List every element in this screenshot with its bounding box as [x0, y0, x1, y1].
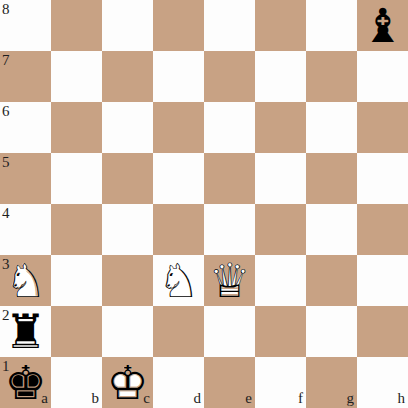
square-e8[interactable]	[204, 0, 255, 51]
square-e5[interactable]	[204, 153, 255, 204]
square-a2[interactable]: 2♜	[0, 306, 51, 357]
square-b5[interactable]	[51, 153, 102, 204]
square-a3[interactable]: 3♞♘	[0, 255, 51, 306]
square-h3[interactable]	[357, 255, 408, 306]
square-g5[interactable]	[306, 153, 357, 204]
square-c6[interactable]	[102, 102, 153, 153]
square-d8[interactable]	[153, 0, 204, 51]
bishop-glyph: ♝	[357, 0, 408, 51]
square-e1[interactable]: e	[204, 357, 255, 408]
square-c5[interactable]	[102, 153, 153, 204]
rank-label-4: 4	[2, 206, 10, 221]
square-g8[interactable]	[306, 0, 357, 51]
square-d4[interactable]	[153, 204, 204, 255]
square-a6[interactable]: 6	[0, 102, 51, 153]
file-label-b: b	[92, 391, 100, 406]
square-c2[interactable]	[102, 306, 153, 357]
file-label-d: d	[194, 391, 202, 406]
queen-outline-glyph: ♕	[204, 255, 255, 306]
square-g6[interactable]	[306, 102, 357, 153]
square-g4[interactable]	[306, 204, 357, 255]
square-f3[interactable]	[255, 255, 306, 306]
square-e4[interactable]	[204, 204, 255, 255]
square-c1[interactable]: c♚♔	[102, 357, 153, 408]
knight-outline-glyph: ♘	[153, 255, 204, 306]
square-f7[interactable]	[255, 51, 306, 102]
square-f2[interactable]	[255, 306, 306, 357]
square-h6[interactable]	[357, 102, 408, 153]
black-king[interactable]: ♚	[0, 357, 51, 408]
square-a5[interactable]: 5	[0, 153, 51, 204]
white-knight[interactable]: ♞♘	[153, 255, 204, 306]
white-knight[interactable]: ♞♘	[0, 255, 51, 306]
square-f4[interactable]	[255, 204, 306, 255]
file-label-f: f	[298, 391, 303, 406]
square-c4[interactable]	[102, 204, 153, 255]
square-b3[interactable]	[51, 255, 102, 306]
square-a8[interactable]: 8	[0, 0, 51, 51]
square-h2[interactable]	[357, 306, 408, 357]
square-e2[interactable]	[204, 306, 255, 357]
square-a1[interactable]: 1a♚	[0, 357, 51, 408]
square-a4[interactable]: 4	[0, 204, 51, 255]
square-h8[interactable]: ♝	[357, 0, 408, 51]
white-queen[interactable]: ♛♕	[204, 255, 255, 306]
square-d5[interactable]	[153, 153, 204, 204]
square-g7[interactable]	[306, 51, 357, 102]
black-rook[interactable]: ♜	[0, 306, 51, 357]
black-bishop[interactable]: ♝	[357, 0, 408, 51]
square-f5[interactable]	[255, 153, 306, 204]
square-b6[interactable]	[51, 102, 102, 153]
white-king[interactable]: ♚♔	[102, 357, 153, 408]
square-d6[interactable]	[153, 102, 204, 153]
rank-label-7: 7	[2, 53, 10, 68]
file-label-e: e	[245, 391, 252, 406]
square-b2[interactable]	[51, 306, 102, 357]
square-g2[interactable]	[306, 306, 357, 357]
square-h5[interactable]	[357, 153, 408, 204]
square-g1[interactable]: g	[306, 357, 357, 408]
square-d3[interactable]: ♞♘	[153, 255, 204, 306]
file-label-g: g	[347, 391, 355, 406]
square-e6[interactable]	[204, 102, 255, 153]
king-glyph: ♚	[0, 357, 51, 408]
square-d7[interactable]	[153, 51, 204, 102]
rook-glyph: ♜	[0, 306, 51, 357]
square-c7[interactable]	[102, 51, 153, 102]
square-e7[interactable]	[204, 51, 255, 102]
rank-label-6: 6	[2, 104, 10, 119]
king-outline-glyph: ♔	[102, 357, 153, 408]
square-b7[interactable]	[51, 51, 102, 102]
square-a7[interactable]: 7	[0, 51, 51, 102]
square-c3[interactable]	[102, 255, 153, 306]
square-d1[interactable]: d	[153, 357, 204, 408]
chess-board: 8♝76543♞♘♞♘♛♕2♜1a♚bc♚♔defgh	[0, 0, 408, 408]
square-b8[interactable]	[51, 0, 102, 51]
square-h4[interactable]	[357, 204, 408, 255]
square-e3[interactable]: ♛♕	[204, 255, 255, 306]
rank-label-8: 8	[2, 2, 10, 17]
square-b1[interactable]: b	[51, 357, 102, 408]
square-b4[interactable]	[51, 204, 102, 255]
square-g3[interactable]	[306, 255, 357, 306]
square-d2[interactable]	[153, 306, 204, 357]
square-c8[interactable]	[102, 0, 153, 51]
square-h1[interactable]: h	[357, 357, 408, 408]
knight-outline-glyph: ♘	[0, 255, 51, 306]
file-label-h: h	[398, 391, 406, 406]
square-f1[interactable]: f	[255, 357, 306, 408]
square-h7[interactable]	[357, 51, 408, 102]
rank-label-5: 5	[2, 155, 10, 170]
square-f6[interactable]	[255, 102, 306, 153]
square-f8[interactable]	[255, 0, 306, 51]
